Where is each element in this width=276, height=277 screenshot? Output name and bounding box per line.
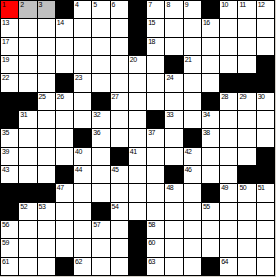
grid-cell[interactable]: 8 [165, 1, 182, 18]
grid-cell[interactable] [238, 148, 255, 165]
clue-number: 45 [112, 166, 119, 174]
grid-cell[interactable] [129, 111, 146, 128]
block-cell [92, 93, 109, 110]
grid-cell[interactable] [129, 129, 146, 146]
highlight-cell[interactable]: 2 [19, 1, 36, 18]
grid-cell[interactable] [202, 239, 219, 256]
clue-number: 23 [75, 74, 82, 82]
grid-cell[interactable] [184, 221, 201, 238]
grid-cell[interactable] [38, 74, 55, 91]
grid-cell[interactable] [147, 184, 164, 201]
grid-cell[interactable] [184, 74, 201, 91]
grid-cell[interactable] [220, 56, 237, 73]
grid-cell[interactable] [184, 38, 201, 55]
block-cell [1, 93, 18, 110]
clue-number: 39 [2, 148, 9, 156]
grid-cell[interactable] [257, 258, 274, 275]
grid-cell[interactable] [257, 239, 274, 256]
clue-number: 52 [20, 203, 27, 211]
grid-cell[interactable] [165, 203, 182, 220]
grid-cell[interactable]: 58 [147, 221, 164, 238]
grid-cell[interactable] [74, 111, 91, 128]
grid-cell[interactable] [257, 203, 274, 220]
grid-cell[interactable] [56, 111, 73, 128]
grid-cell[interactable] [111, 19, 128, 36]
clue-number: 8 [166, 1, 169, 9]
clue-number: 41 [130, 148, 137, 156]
grid-cell[interactable]: 63 [147, 258, 164, 275]
grid-cell[interactable]: 33 [165, 111, 182, 128]
block-cell [257, 74, 274, 91]
grid-cell[interactable] [56, 148, 73, 165]
grid-cell[interactable] [165, 221, 182, 238]
block-cell [56, 74, 73, 91]
block-cell [147, 111, 164, 128]
grid-cell[interactable] [56, 38, 73, 55]
clue-number: 44 [75, 166, 82, 174]
grid-cell[interactable] [184, 19, 201, 36]
crossword-grid: 1234567891011121314151617181920212223242… [0, 0, 275, 276]
clue-number: 54 [112, 203, 119, 211]
grid-cell[interactable] [202, 74, 219, 91]
grid-cell[interactable]: 22 [1, 74, 18, 91]
block-cell [238, 166, 255, 183]
grid-cell[interactable] [165, 239, 182, 256]
grid-cell[interactable]: 34 [202, 111, 219, 128]
grid-cell[interactable] [111, 129, 128, 146]
grid-cell[interactable] [92, 166, 109, 183]
grid-cell[interactable]: 21 [184, 56, 201, 73]
grid-cell[interactable]: 25 [38, 93, 55, 110]
block-cell [129, 258, 146, 275]
clue-number: 40 [75, 148, 82, 156]
grid-cell[interactable]: 37 [147, 129, 164, 146]
grid-cell[interactable] [38, 148, 55, 165]
block-cell [220, 74, 237, 91]
clue-number: 3 [39, 1, 42, 9]
grid-cell[interactable]: 46 [184, 166, 201, 183]
grid-cell[interactable] [238, 129, 255, 146]
grid-cell[interactable] [184, 111, 201, 128]
clue-number: 31 [20, 111, 27, 119]
block-cell [1, 111, 18, 128]
clue-number: 43 [2, 166, 9, 174]
grid-cell[interactable]: 19 [1, 56, 18, 73]
clue-number: 25 [39, 93, 46, 101]
block-cell [257, 56, 274, 73]
grid-cell[interactable] [74, 184, 91, 201]
clue-number: 21 [185, 56, 192, 64]
grid-cell[interactable]: 56 [1, 221, 18, 238]
clue-number: 50 [239, 184, 246, 192]
clue-number: 30 [258, 93, 265, 101]
grid-cell[interactable] [129, 166, 146, 183]
clue-number: 7 [148, 1, 151, 9]
grid-cell[interactable] [220, 166, 237, 183]
grid-cell[interactable] [238, 38, 255, 55]
clue-number: 2 [20, 1, 23, 9]
grid-cell[interactable] [19, 129, 36, 146]
grid-cell[interactable] [19, 221, 36, 238]
grid-cell[interactable]: 29 [238, 93, 255, 110]
grid-cell[interactable]: 50 [238, 184, 255, 201]
grid-cell[interactable]: 5 [92, 1, 109, 18]
clue-number: 53 [39, 203, 46, 211]
clue-number: 34 [203, 111, 210, 119]
grid-cell[interactable] [92, 258, 109, 275]
clue-number: 32 [93, 111, 100, 119]
grid-cell[interactable] [56, 221, 73, 238]
clue-number: 19 [2, 56, 9, 64]
clue-number: 35 [2, 129, 9, 137]
grid-cell[interactable]: 57 [92, 221, 109, 238]
grid-cell[interactable] [257, 111, 274, 128]
grid-cell[interactable] [74, 38, 91, 55]
grid-cell[interactable] [257, 221, 274, 238]
grid-cell[interactable] [147, 148, 164, 165]
clue-number: 29 [239, 93, 246, 101]
grid-cell[interactable]: 28 [220, 93, 237, 110]
clue-number: 62 [75, 258, 82, 266]
clue-number: 18 [148, 38, 155, 46]
grid-cell[interactable]: 16 [202, 19, 219, 36]
grid-cell[interactable] [165, 38, 182, 55]
grid-cell[interactable] [220, 148, 237, 165]
grid-cell[interactable] [74, 221, 91, 238]
grid-cell[interactable] [19, 74, 36, 91]
grid-cell[interactable] [111, 74, 128, 91]
grid-cell[interactable]: 51 [257, 184, 274, 201]
cursor-cell[interactable]: 1 [1, 1, 18, 18]
grid-cell[interactable]: 27 [111, 93, 128, 110]
grid-cell[interactable] [111, 111, 128, 128]
block-cell [129, 1, 146, 18]
clue-number: 27 [112, 93, 119, 101]
grid-cell[interactable] [184, 93, 201, 110]
grid-cell[interactable]: 61 [1, 258, 18, 275]
grid-cell[interactable] [129, 203, 146, 220]
grid-cell[interactable] [38, 56, 55, 73]
grid-cell[interactable]: 10 [220, 1, 237, 18]
grid-cell[interactable] [238, 258, 255, 275]
grid-cell[interactable]: 60 [147, 239, 164, 256]
block-cell [202, 93, 219, 110]
block-cell [19, 93, 36, 110]
block-cell [257, 148, 274, 165]
grid-cell[interactable]: 32 [92, 111, 109, 128]
grid-cell[interactable] [238, 239, 255, 256]
block-cell [38, 184, 55, 201]
clue-number: 36 [93, 129, 100, 137]
grid-cell[interactable]: 48 [165, 184, 182, 201]
block-cell [129, 19, 146, 36]
clue-number: 24 [166, 74, 173, 82]
grid-cell[interactable] [238, 19, 255, 36]
grid-cell[interactable]: 52 [19, 203, 36, 220]
block-cell [184, 129, 201, 146]
grid-cell[interactable] [19, 56, 36, 73]
clue-number: 56 [2, 221, 9, 229]
clue-number: 13 [2, 19, 9, 27]
clue-number: 63 [148, 258, 155, 266]
clue-number: 16 [203, 19, 210, 27]
clue-number: 60 [148, 239, 155, 247]
grid-cell[interactable] [220, 129, 237, 146]
grid-cell[interactable]: 45 [111, 166, 128, 183]
block-cell [238, 74, 255, 91]
grid-cell[interactable] [202, 148, 219, 165]
grid-cell[interactable] [202, 56, 219, 73]
grid-cell[interactable] [220, 38, 237, 55]
grid-cell[interactable] [165, 19, 182, 36]
grid-cell[interactable] [238, 111, 255, 128]
clue-number: 26 [57, 93, 64, 101]
grid-cell[interactable] [92, 239, 109, 256]
grid-cell[interactable] [147, 166, 164, 183]
clue-number: 57 [93, 221, 100, 229]
grid-cell[interactable] [38, 38, 55, 55]
grid-cell[interactable] [92, 56, 109, 73]
grid-cell[interactable] [92, 38, 109, 55]
grid-cell[interactable]: 14 [56, 19, 73, 36]
grid-cell[interactable]: 12 [257, 1, 274, 18]
grid-cell[interactable] [220, 19, 237, 36]
grid-cell[interactable] [19, 239, 36, 256]
grid-cell[interactable]: 13 [1, 19, 18, 36]
block-cell [129, 38, 146, 55]
block-cell [202, 184, 219, 201]
grid-cell[interactable]: 17 [1, 38, 18, 55]
grid-cell[interactable] [220, 203, 237, 220]
clue-number: 58 [148, 221, 155, 229]
grid-cell[interactable] [56, 56, 73, 73]
block-cell [74, 129, 91, 146]
grid-cell[interactable] [129, 93, 146, 110]
grid-cell[interactable]: 11 [238, 1, 255, 18]
clue-number: 51 [258, 184, 265, 192]
grid-cell[interactable] [220, 221, 237, 238]
grid-cell[interactable] [38, 258, 55, 275]
grid-cell[interactable]: 44 [74, 166, 91, 183]
grid-cell[interactable] [257, 38, 274, 55]
grid-cell[interactable] [74, 56, 91, 73]
block-cell [202, 258, 219, 275]
grid-cell[interactable]: 54 [111, 203, 128, 220]
clue-number: 42 [185, 148, 192, 156]
block-cell [56, 1, 73, 18]
grid-cell[interactable]: 42 [184, 148, 201, 165]
grid-cell[interactable] [38, 166, 55, 183]
clue-number: 64 [221, 258, 228, 266]
grid-cell[interactable]: 41 [129, 148, 146, 165]
grid-cell[interactable]: 24 [165, 74, 182, 91]
clue-number: 49 [221, 184, 228, 192]
grid-cell[interactable] [238, 203, 255, 220]
grid-cell[interactable]: 31 [19, 111, 36, 128]
grid-cell[interactable]: 49 [220, 184, 237, 201]
clue-number: 47 [57, 184, 64, 192]
clue-number: 12 [258, 1, 265, 9]
grid-cell[interactable] [74, 93, 91, 110]
grid-cell[interactable] [184, 203, 201, 220]
grid-cell[interactable] [147, 93, 164, 110]
grid-cell[interactable] [19, 148, 36, 165]
highlight-cell[interactable]: 3 [38, 1, 55, 18]
grid-cell[interactable]: 35 [1, 129, 18, 146]
block-cell [56, 258, 73, 275]
clue-number: 33 [166, 111, 173, 119]
block-cell [129, 221, 146, 238]
block-cell [165, 166, 182, 183]
grid-cell[interactable]: 59 [1, 239, 18, 256]
grid-cell[interactable]: 9 [184, 1, 201, 18]
grid-cell[interactable] [129, 184, 146, 201]
grid-cell[interactable]: 18 [147, 38, 164, 55]
grid-cell[interactable] [38, 19, 55, 36]
grid-cell[interactable] [111, 56, 128, 73]
grid-cell[interactable] [74, 19, 91, 36]
block-cell [1, 203, 18, 220]
grid-cell[interactable] [92, 19, 109, 36]
grid-cell[interactable]: 23 [74, 74, 91, 91]
block-cell [56, 166, 73, 183]
clue-number: 46 [185, 166, 192, 174]
grid-cell[interactable] [56, 129, 73, 146]
block-cell [1, 184, 18, 201]
grid-cell[interactable] [19, 19, 36, 36]
grid-cell[interactable] [238, 56, 255, 73]
clue-number: 6 [112, 1, 115, 9]
grid-cell[interactable]: 53 [38, 203, 55, 220]
grid-cell[interactable]: 36 [92, 129, 109, 146]
block-cell [19, 184, 36, 201]
clue-number: 61 [2, 258, 9, 266]
clue-number: 22 [2, 74, 9, 82]
grid-cell[interactable]: 15 [147, 19, 164, 36]
grid-cell[interactable] [111, 184, 128, 201]
grid-cell[interactable] [165, 148, 182, 165]
grid-cell[interactable]: 43 [1, 166, 18, 183]
grid-cell[interactable] [38, 111, 55, 128]
grid-cell[interactable]: 26 [56, 93, 73, 110]
grid-cell[interactable] [19, 166, 36, 183]
clue-number: 15 [148, 19, 155, 27]
grid-cell[interactable]: 55 [202, 203, 219, 220]
grid-cell[interactable] [111, 239, 128, 256]
grid-cell[interactable] [147, 74, 164, 91]
block-cell [165, 56, 182, 73]
grid-cell[interactable]: 4 [74, 1, 91, 18]
grid-cell[interactable] [220, 111, 237, 128]
grid-cell[interactable]: 39 [1, 148, 18, 165]
clue-number: 14 [57, 19, 64, 27]
grid-cell[interactable] [74, 239, 91, 256]
grid-cell[interactable] [56, 239, 73, 256]
grid-cell[interactable] [202, 166, 219, 183]
grid-cell[interactable] [257, 129, 274, 146]
grid-cell[interactable] [19, 258, 36, 275]
grid-cell[interactable] [184, 184, 201, 201]
clue-number: 20 [130, 56, 137, 64]
grid-cell[interactable] [111, 38, 128, 55]
grid-cell[interactable]: 20 [129, 56, 146, 73]
clue-number: 5 [93, 1, 96, 9]
clue-number: 55 [203, 203, 210, 211]
grid-cell[interactable] [202, 38, 219, 55]
grid-cell[interactable] [147, 56, 164, 73]
clue-number: 37 [148, 129, 155, 137]
clue-number: 38 [203, 129, 210, 137]
grid-cell[interactable] [38, 239, 55, 256]
grid-cell[interactable] [165, 93, 182, 110]
clue-number: 17 [2, 38, 9, 46]
grid-cell[interactable] [111, 221, 128, 238]
grid-cell[interactable] [38, 129, 55, 146]
block-cell [257, 166, 274, 183]
clue-number: 1 [2, 1, 5, 9]
grid-cell[interactable] [92, 74, 109, 91]
clue-number: 48 [166, 184, 173, 192]
grid-cell[interactable]: 7 [147, 1, 164, 18]
clue-number: 4 [75, 1, 78, 9]
clue-number: 59 [2, 239, 9, 247]
clue-number: 10 [221, 1, 228, 9]
grid-cell[interactable] [129, 74, 146, 91]
grid-cell[interactable] [38, 221, 55, 238]
grid-cell[interactable] [165, 258, 182, 275]
grid-cell[interactable]: 30 [257, 93, 274, 110]
grid-cell[interactable]: 47 [56, 184, 73, 201]
grid-cell[interactable] [257, 19, 274, 36]
grid-cell[interactable] [220, 239, 237, 256]
block-cell [92, 203, 109, 220]
clue-number: 28 [221, 93, 228, 101]
block-cell [202, 1, 219, 18]
grid-cell[interactable] [92, 184, 109, 201]
grid-cell[interactable] [147, 203, 164, 220]
clue-number: 11 [239, 1, 245, 9]
grid-cell[interactable]: 64 [220, 258, 237, 275]
grid-cell[interactable] [184, 258, 201, 275]
grid-cell[interactable] [19, 38, 36, 55]
grid-cell[interactable]: 62 [74, 258, 91, 275]
grid-cell[interactable] [111, 258, 128, 275]
clue-number: 9 [185, 1, 188, 9]
grid-cell[interactable] [92, 148, 109, 165]
block-cell [111, 148, 128, 165]
grid-cell[interactable] [165, 129, 182, 146]
grid-cell[interactable] [56, 203, 73, 220]
grid-cell[interactable]: 40 [74, 148, 91, 165]
grid-cell[interactable] [238, 221, 255, 238]
block-cell [129, 239, 146, 256]
grid-cell[interactable] [74, 203, 91, 220]
grid-cell[interactable]: 38 [202, 129, 219, 146]
grid-cell[interactable] [184, 239, 201, 256]
grid-cell[interactable] [202, 221, 219, 238]
grid-cell[interactable]: 6 [111, 1, 128, 18]
